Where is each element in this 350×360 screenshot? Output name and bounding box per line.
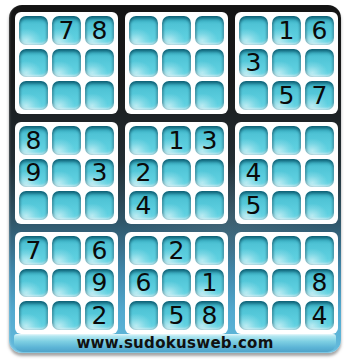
sudoku-cell[interactable] bbox=[305, 159, 334, 188]
sudoku-cell[interactable]: 3 bbox=[239, 49, 268, 78]
sudoku-cell[interactable] bbox=[85, 49, 114, 78]
sudoku-box: 16357 bbox=[235, 12, 338, 114]
sudoku-cell[interactable]: 9 bbox=[19, 159, 48, 188]
sudoku-cell[interactable] bbox=[272, 49, 301, 78]
sudoku-cell[interactable] bbox=[239, 301, 268, 330]
footer-bar: www.sudokusweb.com bbox=[14, 334, 336, 352]
sudoku-cell[interactable] bbox=[129, 236, 158, 265]
sudoku-cell[interactable]: 8 bbox=[305, 269, 334, 298]
sudoku-box: 78 bbox=[15, 12, 118, 114]
site-credit: www.sudokusweb.com bbox=[76, 334, 273, 352]
sudoku-cell[interactable] bbox=[272, 301, 301, 330]
sudoku-box: 7692 bbox=[15, 232, 118, 334]
sudoku-cell[interactable]: 7 bbox=[52, 16, 81, 45]
sudoku-cell[interactable]: 9 bbox=[85, 269, 114, 298]
sudoku-cell[interactable] bbox=[52, 301, 81, 330]
sudoku-cell[interactable] bbox=[52, 236, 81, 265]
sudoku-cell[interactable] bbox=[195, 81, 224, 110]
sudoku-box: 84 bbox=[235, 232, 338, 334]
sudoku-cell[interactable] bbox=[272, 159, 301, 188]
sudoku-cell[interactable] bbox=[162, 159, 191, 188]
sudoku-cell[interactable]: 8 bbox=[85, 16, 114, 45]
sudoku-cell[interactable] bbox=[305, 191, 334, 220]
sudoku-cell[interactable] bbox=[305, 236, 334, 265]
sudoku-cell[interactable]: 7 bbox=[19, 236, 48, 265]
sudoku-cell[interactable] bbox=[195, 236, 224, 265]
sudoku-board: 781635789313244576922615884 www.sudokusw… bbox=[9, 5, 341, 353]
sudoku-cell[interactable]: 8 bbox=[19, 126, 48, 155]
sudoku-cell[interactable] bbox=[239, 16, 268, 45]
sudoku-cell[interactable] bbox=[195, 16, 224, 45]
sudoku-cell[interactable] bbox=[272, 269, 301, 298]
sudoku-cell[interactable] bbox=[239, 126, 268, 155]
sudoku-cell[interactable] bbox=[195, 159, 224, 188]
sudoku-cell[interactable] bbox=[272, 126, 301, 155]
sudoku-cell[interactable] bbox=[19, 301, 48, 330]
sudoku-cell[interactable] bbox=[52, 81, 81, 110]
sudoku-cell[interactable]: 4 bbox=[239, 159, 268, 188]
page: 781635789313244576922615884 www.sudokusw… bbox=[0, 0, 350, 360]
sudoku-cell[interactable]: 5 bbox=[239, 191, 268, 220]
sudoku-cell[interactable]: 5 bbox=[162, 301, 191, 330]
sudoku-cell[interactable]: 1 bbox=[195, 269, 224, 298]
sudoku-cell[interactable] bbox=[162, 81, 191, 110]
sudoku-cell[interactable] bbox=[129, 301, 158, 330]
sudoku-cell[interactable] bbox=[239, 269, 268, 298]
sudoku-cell[interactable] bbox=[85, 81, 114, 110]
sudoku-cell[interactable]: 2 bbox=[162, 236, 191, 265]
sudoku-cell[interactable]: 2 bbox=[129, 159, 158, 188]
sudoku-cell[interactable]: 6 bbox=[305, 16, 334, 45]
sudoku-cell[interactable] bbox=[272, 191, 301, 220]
sudoku-cell[interactable]: 7 bbox=[305, 81, 334, 110]
sudoku-cell[interactable] bbox=[19, 49, 48, 78]
sudoku-box: 26158 bbox=[125, 232, 228, 334]
sudoku-cell[interactable] bbox=[162, 49, 191, 78]
sudoku-cell[interactable]: 8 bbox=[195, 301, 224, 330]
sudoku-cell[interactable] bbox=[162, 191, 191, 220]
sudoku-cell[interactable] bbox=[239, 236, 268, 265]
sudoku-cell[interactable]: 4 bbox=[129, 191, 158, 220]
sudoku-cell[interactable] bbox=[85, 126, 114, 155]
sudoku-cell[interactable] bbox=[195, 49, 224, 78]
sudoku-cell[interactable]: 2 bbox=[85, 301, 114, 330]
sudoku-cell[interactable] bbox=[305, 49, 334, 78]
sudoku-cell[interactable] bbox=[52, 159, 81, 188]
sudoku-cell[interactable]: 1 bbox=[162, 126, 191, 155]
sudoku-box: 893 bbox=[15, 122, 118, 224]
sudoku-cell[interactable] bbox=[162, 269, 191, 298]
sudoku-cell[interactable]: 5 bbox=[272, 81, 301, 110]
sudoku-cell[interactable] bbox=[129, 49, 158, 78]
sudoku-cell[interactable] bbox=[19, 191, 48, 220]
sudoku-box bbox=[125, 12, 228, 114]
sudoku-cell[interactable]: 1 bbox=[272, 16, 301, 45]
sudoku-cell[interactable] bbox=[272, 236, 301, 265]
sudoku-box: 1324 bbox=[125, 122, 228, 224]
sudoku-cell[interactable]: 3 bbox=[85, 159, 114, 188]
sudoku-cell[interactable]: 6 bbox=[129, 269, 158, 298]
sudoku-cell[interactable] bbox=[52, 126, 81, 155]
sudoku-cell[interactable] bbox=[52, 191, 81, 220]
sudoku-cell[interactable]: 6 bbox=[85, 236, 114, 265]
sudoku-cell[interactable] bbox=[19, 269, 48, 298]
sudoku-cell[interactable] bbox=[305, 126, 334, 155]
sudoku-cell[interactable] bbox=[19, 16, 48, 45]
sudoku-cell[interactable] bbox=[129, 81, 158, 110]
sudoku-cell[interactable] bbox=[85, 191, 114, 220]
sudoku-cell[interactable] bbox=[239, 81, 268, 110]
sudoku-cell[interactable]: 4 bbox=[305, 301, 334, 330]
sudoku-cell[interactable] bbox=[162, 16, 191, 45]
sudoku-cell[interactable] bbox=[52, 269, 81, 298]
board-grid: 781635789313244576922615884 bbox=[15, 12, 338, 334]
sudoku-cell[interactable] bbox=[195, 191, 224, 220]
sudoku-cell[interactable] bbox=[19, 81, 48, 110]
sudoku-cell[interactable]: 3 bbox=[195, 126, 224, 155]
sudoku-box: 45 bbox=[235, 122, 338, 224]
sudoku-cell[interactable] bbox=[129, 126, 158, 155]
sudoku-cell[interactable] bbox=[52, 49, 81, 78]
sudoku-cell[interactable] bbox=[129, 16, 158, 45]
